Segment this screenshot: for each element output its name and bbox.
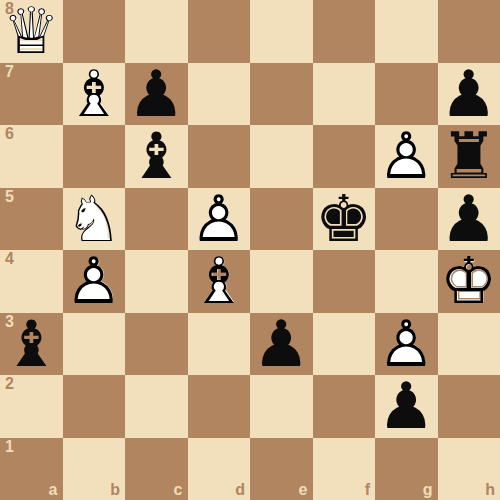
square-d7[interactable] xyxy=(188,63,251,126)
white-bishop-piece[interactable]: ♝♗ xyxy=(63,63,126,126)
square-h6[interactable]: ♜ xyxy=(438,125,500,188)
black-pawn-piece[interactable]: ♟ xyxy=(125,63,188,126)
black-bishop-piece[interactable]: ♝ xyxy=(125,125,188,188)
square-a3[interactable]: 3♝ xyxy=(0,313,63,376)
piece-fill-glyph: ♟ xyxy=(376,313,437,374)
piece-outline-glyph: ♙ xyxy=(188,188,251,251)
piece-fill-glyph: ♚ xyxy=(313,188,376,251)
square-g6[interactable]: ♟♙ xyxy=(375,125,438,188)
square-g1[interactable]: g xyxy=(375,438,438,500)
piece-fill-glyph: ♞ xyxy=(63,188,124,249)
square-d5[interactable]: ♟♙ xyxy=(188,188,251,251)
file-label-f: f xyxy=(365,481,370,499)
square-b3[interactable] xyxy=(63,313,126,376)
square-e1[interactable]: e xyxy=(250,438,313,500)
square-f2[interactable] xyxy=(313,375,376,438)
square-c7[interactable]: ♟ xyxy=(125,63,188,126)
square-h7[interactable]: ♟ xyxy=(438,63,500,126)
square-a8[interactable]: 8♛♕ xyxy=(0,0,63,63)
white-pawn-piece[interactable]: ♟♙ xyxy=(375,313,438,376)
file-label-a: a xyxy=(49,481,58,499)
square-e5[interactable] xyxy=(250,188,313,251)
piece-fill-glyph: ♟ xyxy=(376,126,437,187)
square-g7[interactable] xyxy=(375,63,438,126)
square-b5[interactable]: ♞♘ xyxy=(63,188,126,251)
piece-fill-glyph: ♚ xyxy=(438,251,499,312)
file-label-h: h xyxy=(485,481,495,499)
piece-fill-glyph: ♟ xyxy=(438,63,500,126)
square-b7[interactable]: ♝♗ xyxy=(63,63,126,126)
square-d6[interactable] xyxy=(188,125,251,188)
piece-outline-glyph: ♙ xyxy=(375,125,438,188)
square-e4[interactable] xyxy=(250,250,313,313)
piece-fill-glyph: ♟ xyxy=(63,251,124,312)
square-g3[interactable]: ♟♙ xyxy=(375,313,438,376)
square-h8[interactable] xyxy=(438,0,500,63)
white-pawn-piece[interactable]: ♟♙ xyxy=(375,125,438,188)
square-e6[interactable] xyxy=(250,125,313,188)
black-rook-piece[interactable]: ♜ xyxy=(438,125,500,188)
white-bishop-piece[interactable]: ♝♗ xyxy=(188,250,251,313)
square-g5[interactable] xyxy=(375,188,438,251)
square-d4[interactable]: ♝♗ xyxy=(188,250,251,313)
square-d1[interactable]: d xyxy=(188,438,251,500)
black-king-piece[interactable]: ♚ xyxy=(313,188,376,251)
square-f8[interactable] xyxy=(313,0,376,63)
square-a1[interactable]: 1a xyxy=(0,438,63,500)
white-pawn-piece[interactable]: ♟♙ xyxy=(63,250,126,313)
square-a6[interactable]: 6 xyxy=(0,125,63,188)
square-d2[interactable] xyxy=(188,375,251,438)
rank-label-4: 4 xyxy=(5,250,14,268)
square-b8[interactable] xyxy=(63,0,126,63)
piece-outline-glyph: ♔ xyxy=(438,250,500,313)
square-g8[interactable] xyxy=(375,0,438,63)
square-f5[interactable]: ♚ xyxy=(313,188,376,251)
file-label-g: g xyxy=(423,481,433,499)
piece-fill-glyph: ♟ xyxy=(375,375,438,438)
square-h5[interactable]: ♟ xyxy=(438,188,500,251)
square-g2[interactable]: ♟ xyxy=(375,375,438,438)
square-c1[interactable]: c xyxy=(125,438,188,500)
chess-board: 8♛♕7♝♗♟♟6♝♟♙♜5♞♘♟♙♚♟4♟♙♝♗♚♔3♝♟♟♙2♟1abcde… xyxy=(0,0,500,500)
square-b4[interactable]: ♟♙ xyxy=(63,250,126,313)
square-h2[interactable] xyxy=(438,375,500,438)
black-pawn-piece[interactable]: ♟ xyxy=(375,375,438,438)
rank-label-7: 7 xyxy=(5,63,14,81)
square-b2[interactable] xyxy=(63,375,126,438)
rank-label-1: 1 xyxy=(5,438,14,456)
square-e8[interactable] xyxy=(250,0,313,63)
piece-outline-glyph: ♙ xyxy=(375,313,438,376)
white-queen-piece[interactable]: ♛♕ xyxy=(0,0,63,63)
file-label-d: d xyxy=(235,481,245,499)
black-pawn-piece[interactable]: ♟ xyxy=(438,63,500,126)
square-c3[interactable] xyxy=(125,313,188,376)
file-label-c: c xyxy=(174,481,183,499)
file-label-e: e xyxy=(299,481,308,499)
piece-fill-glyph: ♝ xyxy=(125,125,188,188)
square-c4[interactable] xyxy=(125,250,188,313)
rank-label-5: 5 xyxy=(5,188,14,206)
black-pawn-piece[interactable]: ♟ xyxy=(250,313,313,376)
piece-outline-glyph: ♗ xyxy=(188,250,251,313)
square-h3[interactable] xyxy=(438,313,500,376)
square-b6[interactable] xyxy=(63,125,126,188)
piece-fill-glyph: ♛ xyxy=(1,1,62,62)
piece-outline-glyph: ♗ xyxy=(63,63,126,126)
square-a4[interactable]: 4 xyxy=(0,250,63,313)
square-a7[interactable]: 7 xyxy=(0,63,63,126)
square-f7[interactable] xyxy=(313,63,376,126)
piece-fill-glyph: ♝ xyxy=(63,63,124,124)
square-e7[interactable] xyxy=(250,63,313,126)
piece-fill-glyph: ♜ xyxy=(438,125,500,188)
square-c6[interactable]: ♝ xyxy=(125,125,188,188)
black-bishop-piece[interactable]: ♝ xyxy=(0,313,63,376)
square-d8[interactable] xyxy=(188,0,251,63)
piece-outline-glyph: ♕ xyxy=(0,0,63,63)
square-a2[interactable]: 2 xyxy=(0,375,63,438)
square-h1[interactable]: h xyxy=(438,438,500,500)
square-g4[interactable] xyxy=(375,250,438,313)
piece-outline-glyph: ♙ xyxy=(63,250,126,313)
square-h4[interactable]: ♚♔ xyxy=(438,250,500,313)
square-f4[interactable] xyxy=(313,250,376,313)
square-c8[interactable] xyxy=(125,0,188,63)
square-f3[interactable] xyxy=(313,313,376,376)
square-e2[interactable] xyxy=(250,375,313,438)
piece-fill-glyph: ♝ xyxy=(188,251,249,312)
white-king-piece[interactable]: ♚♔ xyxy=(438,250,500,313)
piece-fill-glyph: ♝ xyxy=(0,313,63,376)
square-e3[interactable]: ♟ xyxy=(250,313,313,376)
square-f1[interactable]: f xyxy=(313,438,376,500)
piece-fill-glyph: ♟ xyxy=(188,188,249,249)
square-f6[interactable] xyxy=(313,125,376,188)
piece-outline-glyph: ♘ xyxy=(63,188,126,251)
rank-label-2: 2 xyxy=(5,375,14,393)
piece-fill-glyph: ♟ xyxy=(250,313,313,376)
square-c5[interactable] xyxy=(125,188,188,251)
piece-fill-glyph: ♟ xyxy=(125,63,188,126)
white-knight-piece[interactable]: ♞♘ xyxy=(63,188,126,251)
square-c2[interactable] xyxy=(125,375,188,438)
black-pawn-piece[interactable]: ♟ xyxy=(438,188,500,251)
piece-fill-glyph: ♟ xyxy=(438,188,500,251)
file-label-b: b xyxy=(110,481,120,499)
square-b1[interactable]: b xyxy=(63,438,126,500)
white-pawn-piece[interactable]: ♟♙ xyxy=(188,188,251,251)
rank-label-6: 6 xyxy=(5,125,14,143)
square-a5[interactable]: 5 xyxy=(0,188,63,251)
square-d3[interactable] xyxy=(188,313,251,376)
